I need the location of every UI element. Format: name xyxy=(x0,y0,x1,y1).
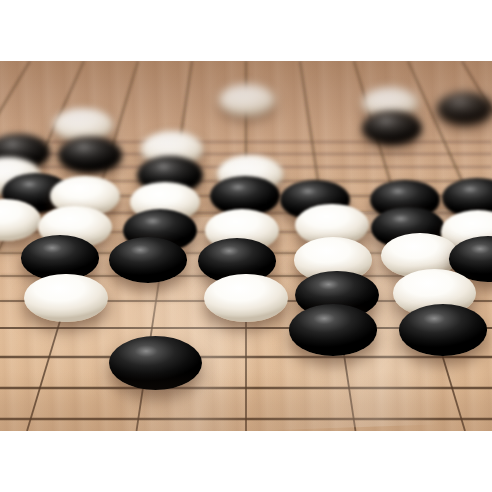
black-stone xyxy=(289,304,377,355)
black-stone xyxy=(362,111,422,146)
black-stone xyxy=(58,137,122,174)
go-board-photo xyxy=(0,61,492,431)
black-stone xyxy=(109,237,187,283)
stones-layer xyxy=(0,61,492,431)
black-stone xyxy=(437,92,492,125)
black-stone xyxy=(109,336,202,390)
white-stone xyxy=(204,274,288,323)
black-stone xyxy=(399,304,487,355)
white-stone xyxy=(219,84,275,116)
white-stone xyxy=(24,274,108,323)
photo-canvas xyxy=(0,0,492,492)
